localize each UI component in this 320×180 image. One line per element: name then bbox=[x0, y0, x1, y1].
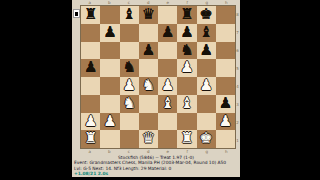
black-pawn: ♟ bbox=[139, 42, 158, 59]
rank-label-5: 5 bbox=[235, 66, 240, 71]
white-rook: ♜ bbox=[81, 130, 100, 147]
square-g5[interactable] bbox=[197, 59, 216, 77]
square-c6[interactable] bbox=[120, 42, 139, 60]
square-d6[interactable]: ♟ bbox=[139, 42, 158, 60]
square-h8[interactable] bbox=[216, 6, 235, 24]
square-b8[interactable] bbox=[100, 6, 119, 24]
square-g8[interactable]: ♚ bbox=[197, 6, 216, 24]
black-rook: ♜ bbox=[177, 6, 196, 23]
black-knight: ♞ bbox=[120, 59, 139, 76]
square-c7[interactable] bbox=[120, 24, 139, 42]
black-pawn: ♟ bbox=[197, 42, 216, 59]
square-a1[interactable]: ♜ bbox=[81, 130, 100, 148]
side-to-move-indicator bbox=[73, 9, 80, 18]
chess-gui-panel: abcdefgh ♜♝♛♜♚♟♟♟♝♟♞♟♟♞♟♟♞♟♟♞♝♝♟♟♟♟♜♛♜♚ … bbox=[72, 0, 240, 177]
rank-label-8: 8 bbox=[235, 12, 240, 17]
square-e5[interactable] bbox=[158, 59, 177, 77]
square-c4[interactable]: ♟ bbox=[120, 77, 139, 95]
file-label-g: g bbox=[197, 149, 217, 154]
black-rook: ♜ bbox=[81, 6, 100, 23]
white-king: ♚ bbox=[197, 130, 216, 147]
square-h5[interactable] bbox=[216, 59, 235, 77]
black-bishop: ♝ bbox=[120, 6, 139, 23]
white-bishop: ♝ bbox=[158, 95, 177, 112]
square-c1[interactable] bbox=[120, 130, 139, 148]
rank-label-1: 1 bbox=[235, 138, 240, 143]
square-g1[interactable]: ♚ bbox=[197, 130, 216, 148]
square-d4[interactable]: ♞ bbox=[139, 77, 158, 95]
rank-labels-right: 87654321 bbox=[235, 5, 240, 149]
square-c2[interactable] bbox=[120, 113, 139, 131]
square-h7[interactable] bbox=[216, 24, 235, 42]
status-panel: Stockfish (5846) -- Treat 1.97 (1-0) Eve… bbox=[72, 155, 240, 177]
square-a5[interactable]: ♟ bbox=[81, 59, 100, 77]
square-e1[interactable] bbox=[158, 130, 177, 148]
square-e7[interactable]: ♟ bbox=[158, 24, 177, 42]
white-rook: ♜ bbox=[177, 130, 196, 147]
square-e8[interactable] bbox=[158, 6, 177, 24]
white-pawn: ♟ bbox=[177, 59, 196, 76]
square-f2[interactable] bbox=[177, 113, 196, 131]
black-to-move-dot bbox=[75, 12, 78, 16]
white-pawn: ♟ bbox=[120, 77, 139, 94]
square-a2[interactable]: ♟ bbox=[81, 113, 100, 131]
white-pawn: ♟ bbox=[197, 77, 216, 94]
square-h2[interactable]: ♟ bbox=[216, 113, 235, 131]
square-h4[interactable] bbox=[216, 77, 235, 95]
square-c5[interactable]: ♞ bbox=[120, 59, 139, 77]
square-f7[interactable]: ♟ bbox=[177, 24, 196, 42]
black-bishop: ♝ bbox=[197, 24, 216, 41]
white-knight: ♞ bbox=[139, 77, 158, 94]
square-c3[interactable]: ♞ bbox=[120, 95, 139, 113]
square-g3[interactable] bbox=[197, 95, 216, 113]
file-label-a: a bbox=[80, 149, 100, 154]
square-a8[interactable]: ♜ bbox=[81, 6, 100, 24]
rank-label-4: 4 bbox=[235, 84, 240, 89]
square-b7[interactable]: ♟ bbox=[100, 24, 119, 42]
black-pawn: ♟ bbox=[216, 95, 235, 112]
square-e4[interactable]: ♟ bbox=[158, 77, 177, 95]
square-d5[interactable] bbox=[139, 59, 158, 77]
rank-label-3: 3 bbox=[235, 102, 240, 107]
square-h1[interactable] bbox=[216, 130, 235, 148]
square-a3[interactable] bbox=[81, 95, 100, 113]
black-king: ♚ bbox=[197, 6, 216, 23]
square-b1[interactable] bbox=[100, 130, 119, 148]
rank-label-2: 2 bbox=[235, 120, 240, 125]
white-pawn: ♟ bbox=[158, 77, 177, 94]
white-queen: ♛ bbox=[139, 130, 158, 147]
file-label-d: d bbox=[139, 149, 159, 154]
square-a6[interactable] bbox=[81, 42, 100, 60]
square-a4[interactable] bbox=[81, 77, 100, 95]
square-b2[interactable]: ♟ bbox=[100, 113, 119, 131]
white-bishop: ♝ bbox=[177, 95, 196, 112]
square-h3[interactable]: ♟ bbox=[216, 95, 235, 113]
square-h6[interactable] bbox=[216, 42, 235, 60]
square-f8[interactable]: ♜ bbox=[177, 6, 196, 24]
square-b6[interactable] bbox=[100, 42, 119, 60]
square-b5[interactable] bbox=[100, 59, 119, 77]
white-knight: ♞ bbox=[120, 95, 139, 112]
black-queen: ♛ bbox=[139, 6, 158, 23]
square-g2[interactable] bbox=[197, 113, 216, 131]
file-label-b: b bbox=[100, 149, 120, 154]
square-e2[interactable] bbox=[158, 113, 177, 131]
video-frame: abcdefgh ♜♝♛♜♚♟♟♟♝♟♞♟♟♞♟♟♞♟♟♞♝♝♟♟♟♟♜♛♜♚ … bbox=[0, 0, 320, 180]
square-f3[interactable]: ♝ bbox=[177, 95, 196, 113]
square-b3[interactable] bbox=[100, 95, 119, 113]
square-d3[interactable] bbox=[139, 95, 158, 113]
square-d1[interactable]: ♛ bbox=[139, 130, 158, 148]
rank-label-7: 7 bbox=[235, 30, 240, 35]
square-g6[interactable]: ♟ bbox=[197, 42, 216, 60]
white-pawn: ♟ bbox=[216, 113, 235, 130]
black-pawn: ♟ bbox=[100, 24, 119, 41]
white-pawn: ♟ bbox=[100, 113, 119, 130]
square-f1[interactable]: ♜ bbox=[177, 130, 196, 148]
file-label-c: c bbox=[119, 149, 139, 154]
square-e6[interactable] bbox=[158, 42, 177, 60]
square-c8[interactable]: ♝ bbox=[120, 6, 139, 24]
black-pawn: ♟ bbox=[158, 24, 177, 41]
engine-eval-line: +1.08/21 2.0s bbox=[72, 171, 240, 176]
white-pawn: ♟ bbox=[81, 113, 100, 130]
square-a7[interactable] bbox=[81, 24, 100, 42]
square-b4[interactable] bbox=[100, 77, 119, 95]
square-g7[interactable]: ♝ bbox=[197, 24, 216, 42]
square-f6[interactable]: ♞ bbox=[177, 42, 196, 60]
square-d7[interactable] bbox=[139, 24, 158, 42]
file-label-e: e bbox=[158, 149, 178, 154]
file-labels-bottom: abcdefgh bbox=[80, 149, 236, 154]
square-d8[interactable]: ♛ bbox=[139, 6, 158, 24]
square-d2[interactable] bbox=[139, 113, 158, 131]
square-e3[interactable]: ♝ bbox=[158, 95, 177, 113]
rank-label-6: 6 bbox=[235, 48, 240, 53]
square-g4[interactable]: ♟ bbox=[197, 77, 216, 95]
square-f4[interactable] bbox=[177, 77, 196, 95]
file-label-h: h bbox=[217, 149, 237, 154]
black-knight: ♞ bbox=[177, 42, 196, 59]
black-pawn: ♟ bbox=[177, 24, 196, 41]
board: ♜♝♛♜♚♟♟♟♝♟♞♟♟♞♟♟♞♟♟♞♝♝♟♟♟♟♜♛♜♚ bbox=[80, 5, 236, 149]
black-pawn: ♟ bbox=[81, 59, 100, 76]
file-label-f: f bbox=[178, 149, 198, 154]
square-f5[interactable]: ♟ bbox=[177, 59, 196, 77]
